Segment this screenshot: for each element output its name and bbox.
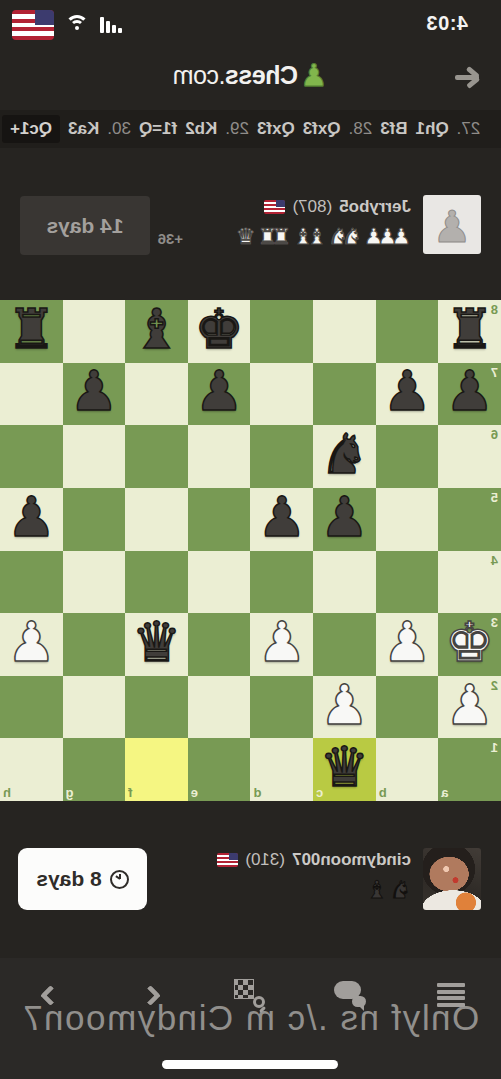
opponent-flag-icon [264, 200, 285, 214]
analysis-icon [235, 979, 267, 1011]
menu-button[interactable] [401, 975, 501, 1015]
square-h7[interactable] [0, 363, 63, 426]
rank-label-6: 6 [491, 428, 498, 441]
move-token[interactable]: 28. [349, 119, 373, 138]
clock-time: 4:03 [426, 12, 468, 35]
square-d3[interactable]: ♟ [251, 613, 314, 676]
square-e5[interactable] [188, 488, 251, 551]
square-e2[interactable] [188, 676, 251, 739]
square-g1[interactable]: g [63, 738, 126, 801]
captured-piece-group: ♛ [234, 226, 256, 248]
square-h3[interactable]: ♟ [0, 613, 63, 676]
square-g5[interactable] [63, 488, 126, 551]
file-label-e: e [191, 786, 198, 799]
analysis-button[interactable] [200, 975, 300, 1015]
square-b1[interactable]: b [376, 738, 439, 801]
move-token[interactable]: f1=Q [139, 119, 177, 138]
black-queen-f3[interactable]: ♛ [132, 615, 181, 670]
file-label-f: f [128, 786, 132, 799]
current-move-chip[interactable]: Qc1+ [2, 115, 60, 143]
square-c1[interactable]: c♛ [313, 738, 376, 801]
square-a2[interactable]: 2♟ [438, 676, 501, 739]
white-pawn-d3[interactable]: ♟ [257, 615, 306, 670]
square-d1[interactable]: d [251, 738, 314, 801]
cell-signal-icon [100, 17, 122, 33]
status-bar: 4:03 [0, 0, 501, 48]
square-c8[interactable] [313, 300, 376, 363]
square-d6[interactable] [251, 425, 314, 488]
square-a3[interactable]: 3♚ [438, 613, 501, 676]
square-b6[interactable] [376, 425, 439, 488]
square-c3[interactable] [313, 613, 376, 676]
square-g7[interactable]: ♟ [63, 363, 126, 426]
move-token[interactable]: Qxf3 [303, 119, 341, 138]
square-d2[interactable] [251, 676, 314, 739]
square-d7[interactable] [251, 363, 314, 426]
move-token[interactable]: Qh1 [416, 119, 449, 138]
square-h1[interactable]: h [0, 738, 63, 801]
player-timer: 8 days [18, 848, 147, 910]
square-f1[interactable]: f [125, 738, 188, 801]
black-pawn-e7[interactable]: ♟ [195, 364, 244, 419]
square-b4[interactable] [376, 551, 439, 614]
file-label-h: h [3, 786, 11, 799]
player-captured-pieces: ♞♝ [364, 876, 411, 904]
captured-piece-group: ♝ [364, 878, 388, 902]
square-b8[interactable] [376, 300, 439, 363]
opponent-captured-pieces: ♟♟♟♞♞♝♝♜♜♛ [234, 224, 411, 250]
file-label-b: b [379, 786, 387, 799]
captured-piece-group: ♞ [387, 878, 411, 902]
square-a6[interactable]: 6 [438, 425, 501, 488]
black-pawn-c5[interactable]: ♟ [320, 490, 369, 545]
captured-piece-group: ♜♜ [255, 226, 290, 248]
square-e6[interactable] [188, 425, 251, 488]
square-c5[interactable]: ♟ [313, 488, 376, 551]
forward-move-button[interactable] [0, 975, 100, 1015]
chevron-left-icon [140, 984, 161, 1005]
black-king-e8[interactable]: ♚ [195, 302, 244, 357]
square-h6[interactable] [0, 425, 63, 488]
toolbar [0, 975, 501, 1015]
rank-label-4: 4 [491, 554, 498, 567]
square-g6[interactable] [63, 425, 126, 488]
black-pawn-d5[interactable]: ♟ [257, 490, 306, 545]
square-g3[interactable] [63, 613, 126, 676]
rank-label-7: 7 [491, 366, 498, 379]
file-label-g: g [66, 786, 74, 799]
square-h8[interactable]: ♜ [0, 300, 63, 363]
app-screen: 4:03 ♟ Chess.com 27.Qh1Bf328.Qxf3Qxf329.… [0, 0, 501, 1079]
chesscom-logo: ♟ Chess.com [0, 60, 501, 91]
move-token[interactable]: Bf3 [380, 119, 407, 138]
wifi-icon [64, 15, 90, 35]
square-f2[interactable] [125, 676, 188, 739]
captured-piece-group: ♝♝ [291, 226, 326, 248]
square-g8[interactable] [63, 300, 126, 363]
opponent-timer: 14 days [20, 196, 150, 255]
move-list[interactable]: 27.Qh1Bf328.Qxf3Qxf329.Kb2f1=Q30.Ka3 Qc1… [0, 110, 501, 148]
square-a7[interactable]: 7♟ [438, 363, 501, 426]
square-e7[interactable]: ♟ [188, 363, 251, 426]
black-pawn-b7[interactable]: ♟ [382, 364, 431, 419]
square-d8[interactable] [251, 300, 314, 363]
square-b3[interactable]: ♟ [376, 613, 439, 676]
move-token[interactable]: 29. [225, 119, 249, 138]
square-c6[interactable]: ♞ [313, 425, 376, 488]
square-d5[interactable]: ♟ [251, 488, 314, 551]
white-pawn-a2[interactable]: ♟ [445, 678, 494, 733]
chat-button[interactable] [301, 975, 401, 1015]
square-f3[interactable]: ♛ [125, 613, 188, 676]
move-token[interactable]: 30. [107, 119, 131, 138]
square-f4[interactable] [125, 551, 188, 614]
square-c7[interactable] [313, 363, 376, 426]
white-pawn-h3[interactable]: ♟ [7, 615, 56, 670]
file-label-c: c [316, 786, 323, 799]
opponent-rating: (807) [292, 197, 332, 217]
black-rook-h8[interactable]: ♜ [7, 302, 56, 357]
move-list-text: 27.Qh1Bf328.Qxf3Qxf329.Kb2f1=Q30.Ka3 [68, 119, 488, 139]
rank-label-5: 5 [491, 491, 498, 504]
square-a5[interactable]: 5 [438, 488, 501, 551]
square-a1[interactable]: 1a [438, 738, 501, 801]
default-avatar-pawn-icon: ♟ [432, 205, 471, 249]
chess-board[interactable]: 8♜♚♝♜7♟♟♟♟6♞5♟♟♟43♚♟♟♛♟2♟♟1abc♛defgh [0, 300, 501, 801]
square-g2[interactable] [63, 676, 126, 739]
square-d4[interactable] [251, 551, 314, 614]
player-name-row[interactable]: cindymoon007 (310) [217, 850, 411, 870]
square-e3[interactable] [188, 613, 251, 676]
white-pawn-c2[interactable]: ♟ [320, 678, 369, 733]
logo-pawn-icon: ♟ [300, 60, 328, 91]
square-f7[interactable] [125, 363, 188, 426]
square-e4[interactable] [188, 551, 251, 614]
material-advantage: +36 [158, 230, 183, 247]
square-e1[interactable]: e [188, 738, 251, 801]
square-h4[interactable] [0, 551, 63, 614]
file-label-a: a [441, 786, 448, 799]
logo-text: Chess.com [173, 61, 298, 90]
white-pawn-b3[interactable]: ♟ [382, 615, 431, 670]
white-king-a3[interactable]: ♚ [445, 615, 494, 670]
square-b7[interactable]: ♟ [376, 363, 439, 426]
black-pawn-g7[interactable]: ♟ [69, 364, 118, 419]
black-rook-a8[interactable]: ♜ [445, 302, 494, 357]
square-f5[interactable] [125, 488, 188, 551]
square-a4[interactable]: 4 [438, 551, 501, 614]
player-timer-label: 8 days [36, 867, 101, 891]
player-avatar[interactable] [423, 848, 481, 910]
square-b2[interactable] [376, 676, 439, 739]
chevron-right-icon [39, 984, 60, 1005]
rank-label-8: 8 [491, 303, 498, 316]
rank-label-2: 2 [491, 679, 498, 692]
rank-label-3: 3 [491, 616, 498, 629]
move-token[interactable]: Kb2 [185, 119, 217, 138]
file-label-d: d [254, 786, 262, 799]
back-move-button[interactable] [100, 975, 200, 1015]
square-c2[interactable]: ♟ [313, 676, 376, 739]
move-token[interactable]: Qxf3 [257, 119, 295, 138]
chat-icon [334, 981, 368, 1009]
black-pawn-a7[interactable]: ♟ [445, 364, 494, 419]
captured-piece-group: ♞♞ [326, 226, 361, 248]
move-token[interactable]: 27. [457, 119, 481, 138]
black-bishop-f8[interactable]: ♝ [132, 302, 181, 357]
black-queen-c1[interactable]: ♛ [320, 740, 369, 795]
square-g4[interactable] [63, 551, 126, 614]
black-knight-c6[interactable]: ♞ [320, 427, 369, 482]
us-flag-icon [12, 10, 54, 40]
rank-label-1: 1 [491, 741, 498, 754]
square-a8[interactable]: 8♜ [438, 300, 501, 363]
square-b5[interactable] [376, 488, 439, 551]
clock-icon [110, 870, 129, 889]
home-indicator[interactable] [162, 1060, 338, 1069]
square-h5[interactable]: ♟ [0, 488, 63, 551]
player-username[interactable]: cindymoon007 [292, 850, 411, 870]
opponent-avatar[interactable]: ♟ [423, 195, 481, 254]
square-c4[interactable] [313, 551, 376, 614]
status-icons [12, 8, 122, 42]
header: ♟ Chess.com [0, 48, 501, 106]
player-rating: (310) [245, 850, 285, 870]
opponent-name-row[interactable]: Jerrybo5 (807) [264, 197, 411, 217]
black-pawn-h5[interactable]: ♟ [7, 490, 56, 545]
square-e8[interactable]: ♚ [188, 300, 251, 363]
opponent-username[interactable]: Jerrybo5 [339, 197, 411, 217]
square-f6[interactable] [125, 425, 188, 488]
captured-piece-group: ♟♟♟ [362, 226, 411, 248]
player-flag-icon [217, 853, 238, 867]
menu-icon [437, 983, 465, 1007]
move-token[interactable]: Ka3 [68, 119, 99, 138]
square-h2[interactable] [0, 676, 63, 739]
square-f8[interactable]: ♝ [125, 300, 188, 363]
